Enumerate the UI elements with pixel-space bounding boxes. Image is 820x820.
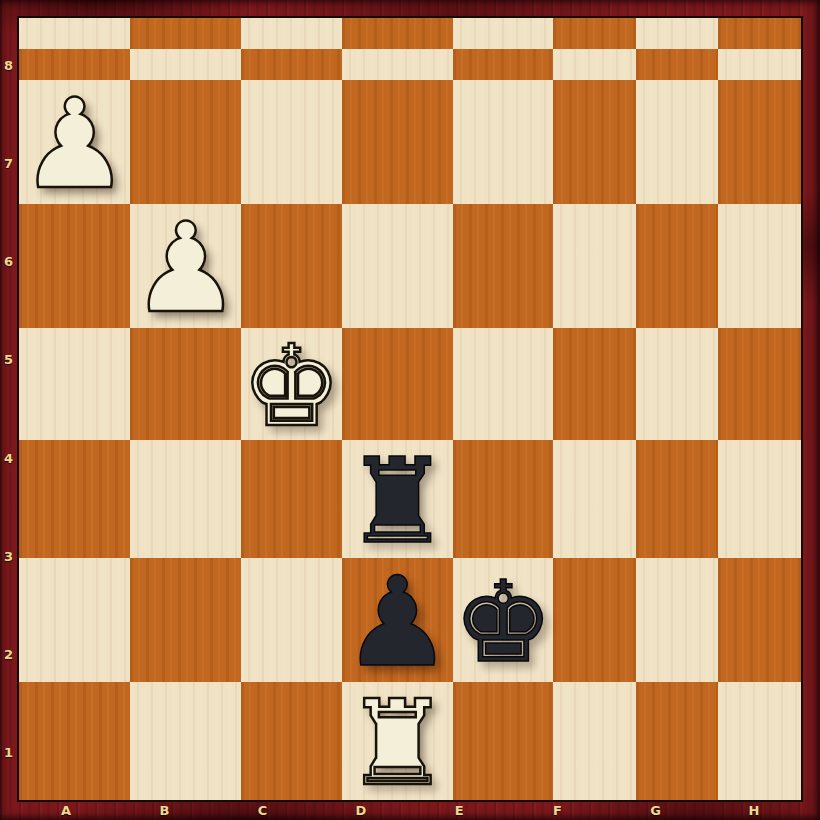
- square-b5[interactable]: ♟: [130, 204, 241, 328]
- square-g2[interactable]: [636, 558, 719, 682]
- white-king-piece-c4[interactable]: ♚: [241, 330, 341, 442]
- rank-label-4: 4: [0, 409, 17, 507]
- rank-labels: 87654321: [0, 16, 17, 802]
- square-b6[interactable]: [130, 80, 241, 204]
- square-g3[interactable]: [636, 440, 719, 558]
- square-b2[interactable]: [130, 558, 241, 682]
- square-e6[interactable]: [453, 80, 553, 204]
- square-f4[interactable]: [553, 328, 636, 440]
- square-a6[interactable]: ♟: [19, 80, 130, 204]
- square-h2[interactable]: [718, 558, 801, 682]
- square-d2[interactable]: ♟: [342, 558, 453, 682]
- square-d1[interactable]: ♜: [342, 682, 453, 800]
- black-king-piece-e2[interactable]: ♚: [453, 566, 553, 678]
- square-b8[interactable]: [130, 18, 241, 49]
- chess-board: ♟♟♚♜♟♚♜: [17, 16, 803, 802]
- square-d7[interactable]: [342, 49, 453, 80]
- white-rook-piece-d1[interactable]: ♜: [344, 684, 450, 802]
- square-c7[interactable]: [241, 49, 341, 80]
- square-f5[interactable]: [553, 204, 636, 328]
- square-a3[interactable]: [19, 440, 130, 558]
- square-b7[interactable]: [130, 49, 241, 80]
- square-g4[interactable]: [636, 328, 719, 440]
- rank-label-8: 8: [0, 16, 17, 114]
- square-g7[interactable]: [636, 49, 719, 80]
- square-d5[interactable]: [342, 204, 453, 328]
- square-c6[interactable]: [241, 80, 341, 204]
- square-f8[interactable]: [553, 18, 636, 49]
- square-d4[interactable]: [342, 328, 453, 440]
- square-d3[interactable]: ♜: [342, 440, 453, 558]
- square-h7[interactable]: [718, 49, 801, 80]
- square-b1[interactable]: [130, 682, 241, 800]
- square-f6[interactable]: [553, 80, 636, 204]
- square-f3[interactable]: [553, 440, 636, 558]
- square-c4[interactable]: ♚: [241, 328, 341, 440]
- rank-label-6: 6: [0, 213, 17, 311]
- white-pawn-piece-a6[interactable]: ♟: [19, 82, 130, 206]
- square-c1[interactable]: [241, 682, 341, 800]
- file-label-e: E: [410, 801, 508, 820]
- black-rook-piece-d3[interactable]: ♜: [344, 442, 450, 560]
- square-e4[interactable]: [453, 328, 553, 440]
- black-pawn-piece-d2[interactable]: ♟: [342, 560, 453, 684]
- square-c2[interactable]: [241, 558, 341, 682]
- rank-label-7: 7: [0, 114, 17, 212]
- square-h5[interactable]: [718, 204, 801, 328]
- chess-board-frame: 87654321 ♟♟♚♜♟♚♜ ABCDEFGH: [0, 0, 820, 820]
- square-f7[interactable]: [553, 49, 636, 80]
- square-e5[interactable]: [453, 204, 553, 328]
- square-g8[interactable]: [636, 18, 719, 49]
- rank-label-3: 3: [0, 507, 17, 605]
- white-pawn-piece-b5[interactable]: ♟: [130, 206, 241, 330]
- square-b4[interactable]: [130, 328, 241, 440]
- file-label-g: G: [607, 801, 705, 820]
- square-a2[interactable]: [19, 558, 130, 682]
- file-label-f: F: [508, 801, 606, 820]
- rank-label-2: 2: [0, 606, 17, 704]
- file-label-c: C: [214, 801, 312, 820]
- square-f1[interactable]: [553, 682, 636, 800]
- square-c8[interactable]: [241, 18, 341, 49]
- square-e8[interactable]: [453, 18, 553, 49]
- square-d8[interactable]: [342, 18, 453, 49]
- file-label-a: A: [17, 801, 115, 820]
- square-a4[interactable]: [19, 328, 130, 440]
- square-a5[interactable]: [19, 204, 130, 328]
- square-d6[interactable]: [342, 80, 453, 204]
- file-label-b: B: [115, 801, 213, 820]
- rank-label-1: 1: [0, 704, 17, 802]
- square-c5[interactable]: [241, 204, 341, 328]
- square-g5[interactable]: [636, 204, 719, 328]
- square-h6[interactable]: [718, 80, 801, 204]
- square-b3[interactable]: [130, 440, 241, 558]
- square-e3[interactable]: [453, 440, 553, 558]
- file-labels: ABCDEFGH: [17, 801, 803, 820]
- square-e7[interactable]: [453, 49, 553, 80]
- square-g6[interactable]: [636, 80, 719, 204]
- square-h1[interactable]: [718, 682, 801, 800]
- file-label-h: H: [705, 801, 803, 820]
- file-label-d: D: [312, 801, 410, 820]
- square-e2[interactable]: ♚: [453, 558, 553, 682]
- square-h3[interactable]: [718, 440, 801, 558]
- square-c3[interactable]: [241, 440, 341, 558]
- rank-label-5: 5: [0, 311, 17, 409]
- square-f2[interactable]: [553, 558, 636, 682]
- square-a1[interactable]: [19, 682, 130, 800]
- square-e1[interactable]: [453, 682, 553, 800]
- square-g1[interactable]: [636, 682, 719, 800]
- square-h4[interactable]: [718, 328, 801, 440]
- square-a8[interactable]: [19, 18, 130, 49]
- square-h8[interactable]: [718, 18, 801, 49]
